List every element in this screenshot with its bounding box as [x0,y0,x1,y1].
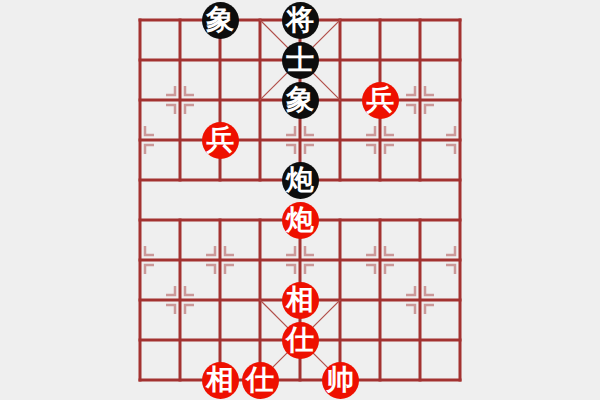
board-point[interactable] [160,120,200,160]
board-point[interactable] [280,360,320,400]
board-point[interactable] [440,240,480,280]
piece-red-soldier[interactable]: 兵 [362,82,399,119]
board-point[interactable] [440,40,480,80]
board-point[interactable] [160,320,200,360]
board-point[interactable] [120,120,160,160]
board-point[interactable] [160,80,200,120]
board-point[interactable] [400,240,440,280]
board-point[interactable] [320,120,360,160]
board-point[interactable] [120,320,160,360]
board-point[interactable] [320,0,360,40]
piece-red-elephant[interactable]: 相 [282,282,319,319]
board-point[interactable] [160,160,200,200]
board-point[interactable] [360,120,400,160]
board-point[interactable]: 炮 [280,160,320,200]
piece-black-elephant[interactable]: 象 [202,2,239,39]
board-point[interactable]: 象 [200,0,240,40]
board-point[interactable] [200,40,240,80]
board-point[interactable] [120,360,160,400]
board-point[interactable] [280,240,320,280]
board-point[interactable]: 士 [280,40,320,80]
board-point[interactable]: 相 [200,360,240,400]
board-point[interactable] [440,200,480,240]
board-point[interactable] [400,320,440,360]
board-point[interactable]: 兵 [200,120,240,160]
board-point[interactable] [240,240,280,280]
board-point[interactable] [400,200,440,240]
board-point[interactable] [200,320,240,360]
board-point[interactable] [160,360,200,400]
board-point[interactable] [120,160,160,200]
board-point[interactable] [440,120,480,160]
board-point[interactable] [400,160,440,200]
board-point[interactable] [200,240,240,280]
board-point[interactable] [360,320,400,360]
board-point[interactable] [280,120,320,160]
board-point[interactable]: 相 [280,280,320,320]
board-point[interactable] [320,240,360,280]
board-point[interactable] [240,200,280,240]
board-point[interactable] [120,80,160,120]
board-point[interactable] [320,320,360,360]
board-point[interactable] [160,200,200,240]
piece-black-cannon[interactable]: 炮 [282,162,319,199]
board-point[interactable] [360,240,400,280]
board-point[interactable] [200,80,240,120]
piece-red-general[interactable]: 帅 [322,362,359,399]
board-point[interactable] [240,120,280,160]
xiangqi-board: 象将士象兵兵炮炮相仕相仕帅 [0,0,600,400]
board-point[interactable] [120,0,160,40]
board-point[interactable] [440,160,480,200]
board-point[interactable] [440,280,480,320]
board-point[interactable] [400,40,440,80]
board-point[interactable] [360,0,400,40]
board-point[interactable] [400,120,440,160]
piece-red-advisor[interactable]: 仕 [282,322,319,359]
board-point[interactable] [400,360,440,400]
board-point[interactable] [200,200,240,240]
board-point[interactable] [440,320,480,360]
board-point[interactable] [160,280,200,320]
board-point[interactable] [360,40,400,80]
board-point[interactable]: 象 [280,80,320,120]
board-point[interactable] [240,0,280,40]
board-point[interactable] [320,200,360,240]
board-point[interactable] [320,80,360,120]
board-point[interactable]: 仕 [280,320,320,360]
piece-red-soldier[interactable]: 兵 [202,122,239,159]
board-point[interactable] [440,360,480,400]
board-point[interactable] [320,160,360,200]
board-point[interactable] [120,40,160,80]
piece-red-cannon[interactable]: 炮 [282,202,319,239]
board-point[interactable] [400,280,440,320]
board-point[interactable] [120,280,160,320]
board-point[interactable]: 将 [280,0,320,40]
board-point[interactable] [240,80,280,120]
board-point[interactable] [360,280,400,320]
board-point[interactable] [440,0,480,40]
piece-black-general[interactable]: 将 [282,2,319,39]
board-point[interactable] [240,280,280,320]
piece-black-advisor[interactable]: 士 [282,42,319,79]
board-point[interactable] [160,40,200,80]
board-point[interactable] [160,240,200,280]
board-point[interactable] [160,0,200,40]
board-point[interactable] [400,80,440,120]
board-point[interactable] [320,280,360,320]
board-point[interactable] [240,320,280,360]
board-point[interactable] [360,200,400,240]
board-point[interactable] [400,0,440,40]
board-point[interactable]: 帅 [320,360,360,400]
board-point[interactable] [120,200,160,240]
piece-red-advisor[interactable]: 仕 [242,362,279,399]
board-point[interactable] [360,160,400,200]
piece-red-elephant[interactable]: 相 [202,362,239,399]
board-point[interactable] [360,360,400,400]
board-point[interactable]: 炮 [280,200,320,240]
board-point[interactable] [240,160,280,200]
board-point[interactable] [200,160,240,200]
board-point[interactable] [320,40,360,80]
board-point[interactable]: 仕 [240,360,280,400]
board-point[interactable] [200,280,240,320]
board-point[interactable] [440,80,480,120]
board-point[interactable] [120,240,160,280]
board-point[interactable]: 兵 [360,80,400,120]
piece-black-elephant[interactable]: 象 [282,82,319,119]
piece-grid: 象将士象兵兵炮炮相仕相仕帅 [120,0,480,400]
board-point[interactable] [240,40,280,80]
